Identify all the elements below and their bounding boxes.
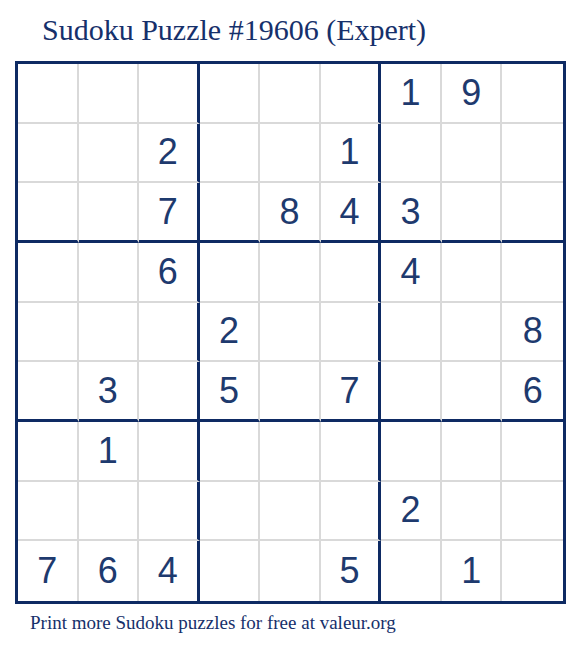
cell-r9c1-given[interactable]: 7 [18,541,79,601]
cell-r5c4-given[interactable]: 2 [200,303,261,363]
cell-r8c7-given[interactable]: 2 [381,482,442,542]
cell-r3c9[interactable] [502,183,563,243]
cell-r9c9[interactable] [502,541,563,601]
cell-r6c3[interactable] [139,362,200,422]
cell-r2c3-given[interactable]: 2 [139,124,200,184]
cell-r9c5[interactable] [260,541,321,601]
cell-r4c3-given[interactable]: 6 [139,243,200,303]
cell-r7c9[interactable] [502,422,563,482]
cell-r4c4[interactable] [200,243,261,303]
cell-r1c3[interactable] [139,64,200,124]
cell-r2c9[interactable] [502,124,563,184]
cell-r6c7[interactable] [381,362,442,422]
cell-r3c1[interactable] [18,183,79,243]
cell-r8c9[interactable] [502,482,563,542]
cell-r8c8[interactable] [442,482,503,542]
cell-r4c5[interactable] [260,243,321,303]
cell-r4c7-given[interactable]: 4 [381,243,442,303]
cell-r6c9-given[interactable]: 6 [502,362,563,422]
cell-r1c4[interactable] [200,64,261,124]
cell-r9c7[interactable] [381,541,442,601]
cell-r6c5[interactable] [260,362,321,422]
cell-r1c2[interactable] [79,64,140,124]
cell-r9c8-given[interactable]: 1 [442,541,503,601]
cell-r5c3[interactable] [139,303,200,363]
cell-r1c1[interactable] [18,64,79,124]
cell-r7c4[interactable] [200,422,261,482]
cell-r9c3-given[interactable]: 4 [139,541,200,601]
cell-r3c5-given[interactable]: 8 [260,183,321,243]
cell-r4c1[interactable] [18,243,79,303]
cell-r1c6[interactable] [321,64,382,124]
cell-r7c8[interactable] [442,422,503,482]
cell-r1c8-given[interactable]: 9 [442,64,503,124]
cell-r1c5[interactable] [260,64,321,124]
cell-r8c2[interactable] [79,482,140,542]
cell-r4c8[interactable] [442,243,503,303]
cell-r2c4[interactable] [200,124,261,184]
cell-r7c1[interactable] [18,422,79,482]
cell-r7c5[interactable] [260,422,321,482]
cell-r4c9[interactable] [502,243,563,303]
cell-r6c8[interactable] [442,362,503,422]
cell-r5c9-given[interactable]: 8 [502,303,563,363]
cell-r6c1[interactable] [18,362,79,422]
cell-r7c7[interactable] [381,422,442,482]
cell-r3c6-given[interactable]: 4 [321,183,382,243]
cell-r3c8[interactable] [442,183,503,243]
cell-r1c9[interactable] [502,64,563,124]
cell-r5c6[interactable] [321,303,382,363]
cell-r8c6[interactable] [321,482,382,542]
cell-r3c4[interactable] [200,183,261,243]
cell-r4c2[interactable] [79,243,140,303]
cell-r5c1[interactable] [18,303,79,363]
cell-r6c2-given[interactable]: 3 [79,362,140,422]
cell-r5c8[interactable] [442,303,503,363]
cell-r3c3-given[interactable]: 7 [139,183,200,243]
cell-r6c6-given[interactable]: 7 [321,362,382,422]
cell-r8c5[interactable] [260,482,321,542]
cell-r2c2[interactable] [79,124,140,184]
footer-text: Print more Sudoku puzzles for free at va… [30,612,396,634]
cell-r2c6-given[interactable]: 1 [321,124,382,184]
cell-r5c5[interactable] [260,303,321,363]
cell-r2c5[interactable] [260,124,321,184]
cell-r9c4[interactable] [200,541,261,601]
cell-r7c6[interactable] [321,422,382,482]
cell-r8c1[interactable] [18,482,79,542]
cell-r4c6[interactable] [321,243,382,303]
cell-r8c3[interactable] [139,482,200,542]
cell-r6c4-given[interactable]: 5 [200,362,261,422]
sudoku-board: 19217843642835761276451 [15,61,566,604]
cell-r9c2-given[interactable]: 6 [79,541,140,601]
cell-r9c6-given[interactable]: 5 [321,541,382,601]
page-title: Sudoku Puzzle #19606 (Expert) [42,13,426,48]
cell-r2c8[interactable] [442,124,503,184]
cell-r2c7[interactable] [381,124,442,184]
cell-r7c3[interactable] [139,422,200,482]
cell-r5c2[interactable] [79,303,140,363]
cell-r3c7-given[interactable]: 3 [381,183,442,243]
cell-r1c7-given[interactable]: 1 [381,64,442,124]
cell-r3c2[interactable] [79,183,140,243]
cell-r8c4[interactable] [200,482,261,542]
cell-r5c7[interactable] [381,303,442,363]
cell-r7c2-given[interactable]: 1 [79,422,140,482]
cell-r2c1[interactable] [18,124,79,184]
